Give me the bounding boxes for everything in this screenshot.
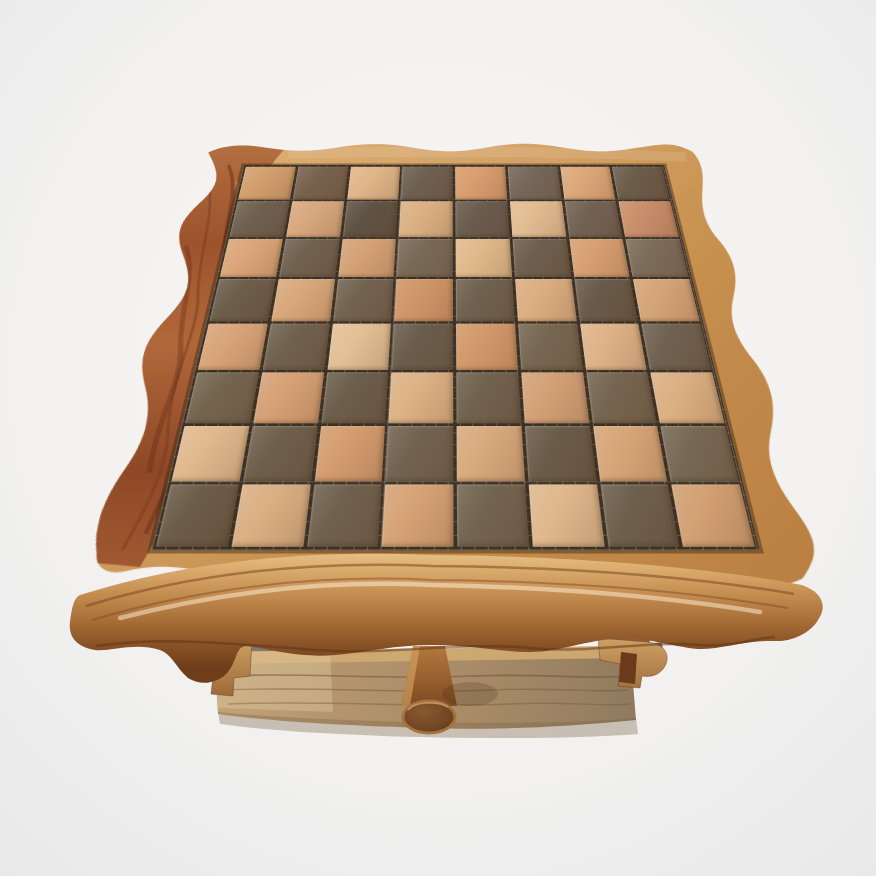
square-g5[interactable] [574, 279, 638, 321]
square-g3[interactable] [586, 372, 657, 423]
square-g7[interactable] [564, 201, 622, 237]
square-b7[interactable] [286, 201, 344, 237]
square-c5[interactable] [333, 279, 394, 321]
square-c6[interactable] [338, 239, 396, 278]
square-g8[interactable] [560, 167, 616, 200]
square-h5[interactable] [633, 279, 700, 321]
square-b2[interactable] [243, 426, 318, 482]
square-d7[interactable] [399, 201, 453, 237]
square-b8[interactable] [292, 167, 348, 200]
square-a1[interactable] [156, 485, 239, 547]
square-e5[interactable] [456, 279, 515, 321]
square-h8[interactable] [612, 167, 670, 200]
square-e6[interactable] [456, 239, 512, 278]
square-f2[interactable] [525, 426, 597, 482]
square-a6[interactable] [220, 239, 283, 278]
square-d6[interactable] [397, 239, 453, 278]
square-e8[interactable] [455, 167, 507, 200]
square-h1[interactable] [672, 485, 755, 547]
square-b1[interactable] [231, 485, 310, 547]
square-d3[interactable] [389, 372, 454, 423]
square-b4[interactable] [262, 324, 329, 370]
square-h2[interactable] [661, 426, 739, 482]
square-f3[interactable] [521, 372, 589, 423]
square-f8[interactable] [507, 167, 561, 200]
square-e4[interactable] [456, 324, 518, 370]
square-h6[interactable] [626, 239, 689, 278]
square-h4[interactable] [641, 324, 711, 370]
square-e2[interactable] [457, 426, 525, 482]
square-g1[interactable] [600, 485, 680, 547]
square-b3[interactable] [253, 372, 324, 423]
square-d2[interactable] [385, 426, 453, 482]
square-a5[interactable] [209, 279, 275, 321]
square-f6[interactable] [512, 239, 571, 278]
square-c3[interactable] [321, 372, 388, 423]
board-tabletop [80, 144, 822, 595]
square-c2[interactable] [314, 426, 385, 482]
square-d5[interactable] [394, 279, 453, 321]
square-g6[interactable] [569, 239, 630, 278]
drawer-gap-shadow [185, 642, 664, 665]
square-c7[interactable] [342, 201, 398, 237]
drawer-front [214, 646, 638, 738]
square-e7[interactable] [455, 201, 509, 237]
drawer-bracket-left [186, 636, 252, 696]
square-c4[interactable] [327, 324, 391, 370]
square-a8[interactable] [238, 167, 296, 200]
square-f5[interactable] [515, 279, 576, 321]
square-d8[interactable] [401, 167, 453, 200]
product-photo [0, 0, 876, 876]
square-h7[interactable] [619, 201, 679, 237]
drawer-knob-stem [401, 646, 457, 706]
square-e1[interactable] [457, 485, 529, 547]
chess-board [151, 165, 759, 550]
square-b6[interactable] [279, 239, 340, 278]
square-a2[interactable] [171, 426, 249, 482]
square-a7[interactable] [229, 201, 289, 237]
square-a4[interactable] [198, 324, 268, 370]
square-a3[interactable] [185, 372, 259, 423]
square-f1[interactable] [528, 485, 604, 547]
square-d1[interactable] [382, 485, 454, 547]
square-c1[interactable] [307, 485, 382, 547]
square-e3[interactable] [456, 372, 521, 423]
square-c8[interactable] [347, 167, 401, 200]
square-f4[interactable] [518, 324, 583, 370]
square-h3[interactable] [651, 372, 725, 423]
square-b5[interactable] [271, 279, 335, 321]
square-g4[interactable] [580, 324, 647, 370]
square-g2[interactable] [593, 426, 668, 482]
square-f7[interactable] [510, 201, 566, 237]
square-d4[interactable] [392, 324, 453, 370]
drawer-knob [403, 682, 498, 733]
drawer-bracket-right [598, 636, 667, 688]
